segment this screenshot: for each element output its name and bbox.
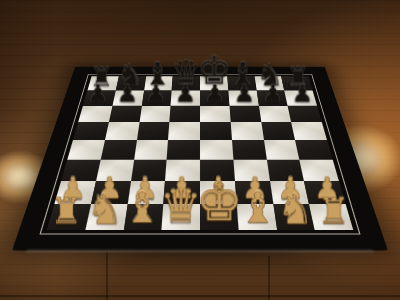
piece-black-pawn[interactable]: ♟ [292,81,313,105]
piece-black-pawn[interactable]: ♟ [175,81,196,105]
table-plank-seam [0,295,400,297]
piece-white-rook[interactable]: ♜ [318,193,350,229]
square-f6[interactable] [229,106,261,122]
square-c4[interactable] [134,140,169,159]
table-scene: ♜♞♝♛♚♝♞♜♟♟♟♟♟♟♟♟♟♟♟♟♟♟♟♟♜♞♝♛♚♝♞♜ [0,0,400,300]
square-h1[interactable]: ♜ [309,204,353,230]
square-g4[interactable] [264,140,300,159]
square-c7[interactable]: ♟ [142,90,172,105]
square-d1[interactable]: ♛ [162,204,200,230]
square-b4[interactable] [100,140,136,159]
piece-black-pawn[interactable]: ♟ [262,81,283,105]
square-d6[interactable] [170,106,200,122]
square-h7[interactable]: ♟ [284,90,317,105]
square-c6[interactable] [139,106,171,122]
piece-black-pawn[interactable]: ♟ [204,81,225,105]
square-a5[interactable] [73,122,109,140]
piece-black-pawn[interactable]: ♟ [145,81,166,105]
square-b1[interactable]: ♞ [85,204,127,230]
square-h6[interactable] [288,106,322,122]
square-e4[interactable] [200,140,233,159]
square-e6[interactable] [200,106,230,122]
square-b5[interactable] [105,122,139,140]
square-h5[interactable] [291,122,327,140]
piece-white-rook[interactable]: ♜ [50,193,82,229]
square-e7[interactable]: ♟ [200,90,229,105]
board-inlay-border: ♜♞♝♛♚♝♞♜♟♟♟♟♟♟♟♟♟♟♟♟♟♟♟♟♜♞♝♛♚♝♞♜ [39,74,360,234]
piece-black-pawn[interactable]: ♟ [87,81,108,105]
square-e5[interactable] [200,122,232,140]
square-g5[interactable] [261,122,295,140]
square-f7[interactable]: ♟ [228,90,258,105]
piece-white-king[interactable]: ♚ [195,176,243,229]
square-f5[interactable] [230,122,263,140]
square-g6[interactable] [258,106,291,122]
square-a1[interactable]: ♜ [47,204,91,230]
square-e1[interactable]: ♚ [200,204,238,230]
square-f4[interactable] [232,140,267,159]
square-c5[interactable] [137,122,170,140]
square-a6[interactable] [78,106,112,122]
square-d7[interactable]: ♟ [171,90,200,105]
square-c1[interactable]: ♝ [123,204,163,230]
square-h4[interactable] [295,140,332,159]
square-b6[interactable] [109,106,142,122]
piece-white-bishop[interactable]: ♝ [238,187,276,229]
piece-white-bishop[interactable]: ♝ [124,187,162,229]
square-b7[interactable]: ♟ [112,90,143,105]
square-g7[interactable]: ♟ [256,90,287,105]
chess-board: ♜♞♝♛♚♝♞♜♟♟♟♟♟♟♟♟♟♟♟♟♟♟♟♟♜♞♝♛♚♝♞♜ [12,67,388,251]
square-g1[interactable]: ♞ [273,204,315,230]
piece-white-knight[interactable]: ♞ [86,188,123,229]
square-d4[interactable] [167,140,200,159]
board-grid: ♜♞♝♛♚♝♞♜♟♟♟♟♟♟♟♟♟♟♟♟♟♟♟♟♜♞♝♛♚♝♞♜ [47,76,353,230]
square-f1[interactable]: ♝ [236,204,276,230]
square-a7[interactable]: ♟ [83,90,116,105]
piece-black-pawn[interactable]: ♟ [116,81,137,105]
square-d5[interactable] [168,122,200,140]
piece-black-pawn[interactable]: ♟ [233,81,254,105]
square-a4[interactable] [67,140,104,159]
piece-white-knight[interactable]: ♞ [277,188,314,229]
